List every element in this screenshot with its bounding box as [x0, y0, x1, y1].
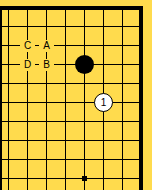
point-label-d-label: D — [20, 59, 35, 71]
point-label-a[interactable]: A — [37, 36, 56, 55]
point-label-a-label: A — [39, 40, 54, 52]
point-label-d[interactable]: D — [18, 55, 37, 74]
star-point — [75, 169, 94, 188]
go-diagram: ABCD1 — [0, 0, 152, 190]
point-label-b-label: B — [39, 59, 54, 71]
white-stone-move-1-label: 1 — [94, 93, 113, 112]
point-label-c-label: C — [20, 40, 35, 52]
point-label-c[interactable]: C — [18, 36, 37, 55]
go-board-grid[interactable]: ABCD1 — [0, 0, 151, 188]
point-label-b[interactable]: B — [37, 55, 56, 74]
black-stone — [75, 55, 94, 74]
white-stone-move-1: 1 — [94, 93, 113, 112]
